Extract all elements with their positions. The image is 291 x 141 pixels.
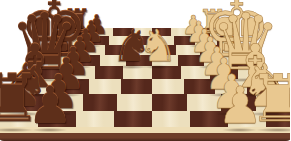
square-e2 bbox=[204, 55, 230, 66]
board-row-file-h bbox=[75, 28, 230, 36]
square-b5 bbox=[117, 94, 152, 111]
square-c1 bbox=[247, 79, 279, 94]
square-b1 bbox=[256, 94, 290, 111]
square-h6 bbox=[113, 28, 132, 36]
board-row-file-f bbox=[57, 45, 247, 55]
square-f1 bbox=[223, 45, 247, 55]
square-d1 bbox=[238, 66, 267, 79]
square-d4 bbox=[152, 66, 181, 79]
square-a3 bbox=[190, 111, 228, 127]
square-g3 bbox=[174, 36, 196, 45]
square-c2 bbox=[215, 79, 247, 94]
square-a6 bbox=[76, 111, 114, 127]
board-row-file-g bbox=[66, 36, 238, 45]
chess-board bbox=[0, 28, 290, 127]
square-c7 bbox=[58, 79, 90, 94]
board-row-file-a bbox=[0, 111, 290, 127]
square-e5 bbox=[126, 55, 152, 66]
square-f6 bbox=[105, 45, 129, 55]
square-g8 bbox=[66, 36, 88, 45]
square-f8 bbox=[57, 45, 81, 55]
square-a8 bbox=[0, 111, 38, 127]
square-e8 bbox=[48, 55, 74, 66]
square-d3 bbox=[181, 66, 210, 79]
square-b8 bbox=[14, 94, 49, 111]
square-e4 bbox=[152, 55, 178, 66]
square-g2 bbox=[195, 36, 217, 45]
board-frame-edge bbox=[0, 133, 290, 141]
square-d6 bbox=[95, 66, 124, 79]
board-row-file-b bbox=[14, 94, 291, 111]
square-c3 bbox=[184, 79, 216, 94]
board-row-file-e bbox=[48, 55, 257, 66]
square-b3 bbox=[187, 94, 222, 111]
square-f2 bbox=[200, 45, 224, 55]
square-f7 bbox=[81, 45, 105, 55]
square-h1 bbox=[210, 28, 229, 36]
square-f3 bbox=[176, 45, 200, 55]
board-row-file-d bbox=[37, 66, 267, 79]
square-h4 bbox=[152, 28, 171, 36]
board-row-file-c bbox=[26, 79, 278, 94]
chess-set-photo: ♜♞♝♛♚♝♜♟♟♟♟♟♟♟♟♞♞♟♟♟♟♟♟♟♟♜♞♝♛♚♝♜ bbox=[0, 0, 290, 141]
square-g1 bbox=[217, 36, 239, 45]
square-b6 bbox=[83, 94, 118, 111]
square-d2 bbox=[210, 66, 239, 79]
square-g4 bbox=[152, 36, 174, 45]
square-h7 bbox=[94, 28, 113, 36]
square-a1 bbox=[266, 111, 290, 127]
square-a7 bbox=[38, 111, 76, 127]
square-f4 bbox=[152, 45, 176, 55]
square-a5 bbox=[114, 111, 152, 127]
square-a4 bbox=[152, 111, 190, 127]
square-a2 bbox=[228, 111, 266, 127]
square-g7 bbox=[88, 36, 110, 45]
square-e3 bbox=[178, 55, 204, 66]
square-e1 bbox=[230, 55, 256, 66]
square-h2 bbox=[191, 28, 210, 36]
square-f5 bbox=[128, 45, 152, 55]
square-h5 bbox=[133, 28, 152, 36]
square-c4 bbox=[152, 79, 184, 94]
square-b7 bbox=[48, 94, 83, 111]
square-c5 bbox=[121, 79, 153, 94]
square-c6 bbox=[89, 79, 121, 94]
square-b2 bbox=[221, 94, 256, 111]
square-c8 bbox=[26, 79, 58, 94]
square-g6 bbox=[109, 36, 131, 45]
square-d8 bbox=[37, 66, 66, 79]
square-e7 bbox=[74, 55, 100, 66]
square-g5 bbox=[131, 36, 153, 45]
square-b4 bbox=[152, 94, 187, 111]
square-e6 bbox=[100, 55, 126, 66]
square-h3 bbox=[171, 28, 190, 36]
square-d7 bbox=[66, 66, 95, 79]
square-h8 bbox=[75, 28, 94, 36]
square-d5 bbox=[123, 66, 152, 79]
